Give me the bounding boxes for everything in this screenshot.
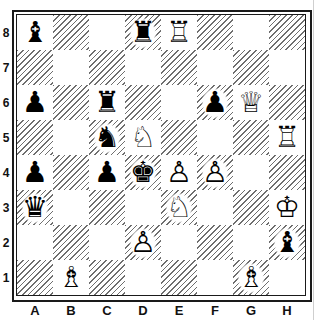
white-knight-d5: ♘: [125, 120, 161, 155]
file-label-D: D: [125, 303, 161, 320]
square-g2: [233, 225, 269, 260]
white-pawn-d2: ♙: [125, 225, 161, 260]
black-knight-c5: ♞: [89, 120, 125, 155]
square-b6: [53, 85, 89, 120]
square-f2: [197, 225, 233, 260]
black-pawn-f6: ♟: [197, 85, 233, 120]
square-g3: [233, 190, 269, 225]
square-c6: ♜: [89, 85, 125, 120]
square-f6: ♟: [197, 85, 233, 120]
square-e2: [161, 225, 197, 260]
black-bishop-h2: ♝: [269, 225, 305, 260]
rank-label-1: 1: [0, 260, 12, 295]
rank-label-5: 5: [0, 120, 12, 155]
black-pawn-a6: ♟: [17, 85, 53, 120]
square-a3: ♛: [17, 190, 53, 225]
white-king-h3: ♔: [269, 190, 305, 225]
rank-label-2: 2: [0, 225, 12, 260]
rank-label-3: 3: [0, 190, 12, 225]
rank-label-6: 6: [0, 85, 12, 120]
square-a1: [17, 260, 53, 295]
square-g6: ♕: [233, 85, 269, 120]
square-d2: ♙: [125, 225, 161, 260]
square-e1: [161, 260, 197, 295]
white-rook-e8: ♖: [161, 15, 197, 50]
square-d3: [125, 190, 161, 225]
black-rook-d8: ♜: [125, 15, 161, 50]
file-label-G: G: [233, 303, 269, 320]
square-g7: [233, 50, 269, 85]
rank-labels: 87654321: [0, 10, 12, 300]
square-a6: ♟: [17, 85, 53, 120]
square-a2: [17, 225, 53, 260]
square-d5: ♘: [125, 120, 161, 155]
square-h5: ♖: [269, 120, 305, 155]
square-e6: [161, 85, 197, 120]
square-g5: [233, 120, 269, 155]
square-a7: [17, 50, 53, 85]
file-label-H: H: [269, 303, 305, 320]
square-a8: ♝: [17, 15, 53, 50]
square-h1: [269, 260, 305, 295]
square-b3: [53, 190, 89, 225]
white-bishop-g1: ♗: [233, 260, 269, 295]
square-f8: [197, 15, 233, 50]
black-queen-a3: ♛: [17, 190, 53, 225]
square-d4: ♚: [125, 155, 161, 190]
white-knight-e3: ♘: [161, 190, 197, 225]
square-f5: [197, 120, 233, 155]
black-pawn-a4: ♟: [17, 155, 53, 190]
white-pawn-e4: ♙: [161, 155, 197, 190]
chess-board-grid: ♝♜♖♟♜♟♕♞♘♖♟♟♚♙♙♛♘♔♙♝♗♗: [16, 14, 306, 296]
square-f4: ♙: [197, 155, 233, 190]
square-g8: [233, 15, 269, 50]
square-f3: [197, 190, 233, 225]
square-h2: ♝: [269, 225, 305, 260]
square-b5: [53, 120, 89, 155]
square-e7: [161, 50, 197, 85]
file-label-E: E: [161, 303, 197, 320]
rank-label-4: 4: [0, 155, 12, 190]
square-h8: [269, 15, 305, 50]
square-c7: [89, 50, 125, 85]
white-rook-h5: ♖: [269, 120, 305, 155]
square-c3: [89, 190, 125, 225]
square-f1: [197, 260, 233, 295]
square-e8: ♖: [161, 15, 197, 50]
file-label-A: A: [17, 303, 53, 320]
file-labels: ABCDEFGH: [17, 303, 310, 320]
square-e3: ♘: [161, 190, 197, 225]
square-b7: [53, 50, 89, 85]
white-queen-g6: ♕: [233, 85, 269, 120]
black-king-d4: ♚: [125, 155, 161, 190]
rank-label-8: 8: [0, 15, 12, 50]
square-c4: ♟: [89, 155, 125, 190]
square-d1: [125, 260, 161, 295]
square-d8: ♜: [125, 15, 161, 50]
square-c5: ♞: [89, 120, 125, 155]
square-h7: [269, 50, 305, 85]
rank-label-7: 7: [0, 50, 12, 85]
square-c1: [89, 260, 125, 295]
square-a5: [17, 120, 53, 155]
chess-diagram: 87654321 ♝♜♖♟♜♟♕♞♘♖♟♟♚♙♙♛♘♔♙♝♗♗ ABCDEFGH: [0, 10, 310, 320]
square-h3: ♔: [269, 190, 305, 225]
square-c2: [89, 225, 125, 260]
square-g4: [233, 155, 269, 190]
square-b2: [53, 225, 89, 260]
diagram-page: 87654321 ♝♜♖♟♜♟♕♞♘♖♟♟♚♙♙♛♘♔♙♝♗♗ ABCDEFGH: [0, 0, 314, 320]
square-d6: [125, 85, 161, 120]
square-e4: ♙: [161, 155, 197, 190]
chess-board: ♝♜♖♟♜♟♕♞♘♖♟♟♚♙♙♛♘♔♙♝♗♗: [12, 10, 312, 302]
black-pawn-c4: ♟: [89, 155, 125, 190]
square-b8: [53, 15, 89, 50]
square-e5: [161, 120, 197, 155]
white-pawn-f4: ♙: [197, 155, 233, 190]
square-c8: [89, 15, 125, 50]
black-rook-c6: ♜: [89, 85, 125, 120]
file-label-F: F: [197, 303, 233, 320]
black-bishop-a8: ♝: [17, 15, 53, 50]
white-bishop-b1: ♗: [53, 260, 89, 295]
square-d7: [125, 50, 161, 85]
square-a4: ♟: [17, 155, 53, 190]
file-label-C: C: [89, 303, 125, 320]
square-b1: ♗: [53, 260, 89, 295]
square-g1: ♗: [233, 260, 269, 295]
square-b4: [53, 155, 89, 190]
square-h4: [269, 155, 305, 190]
square-f7: [197, 50, 233, 85]
square-h6: [269, 85, 305, 120]
file-label-B: B: [53, 303, 89, 320]
